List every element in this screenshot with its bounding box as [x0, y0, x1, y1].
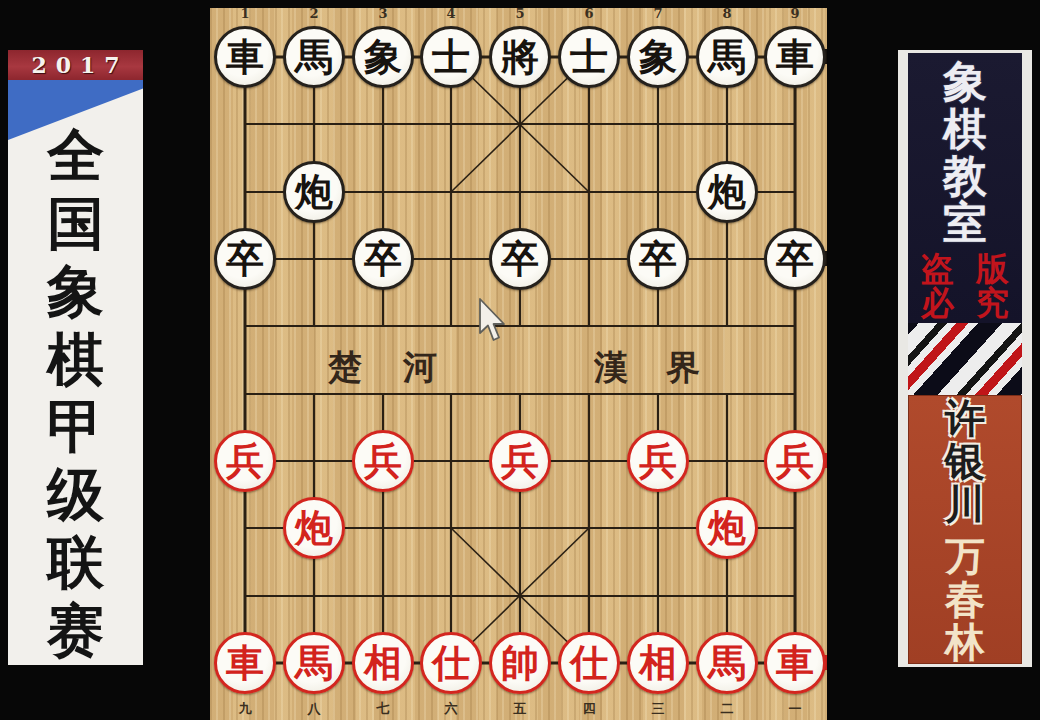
warning-char: 究 [976, 286, 1009, 320]
piece-black[interactable]: 車 [214, 26, 276, 88]
piece-black[interactable]: 士 [420, 26, 482, 88]
piece-black[interactable]: 馬 [696, 26, 758, 88]
piece-red[interactable]: 兵 [489, 430, 551, 492]
piece-red[interactable]: 兵 [214, 430, 276, 492]
piece-red[interactable]: 馬 [696, 632, 758, 694]
piece-red[interactable]: 仕 [558, 632, 620, 694]
piece-red[interactable]: 仕 [420, 632, 482, 694]
piece-black[interactable]: 卒 [764, 228, 826, 290]
piece-red[interactable]: 兵 [352, 430, 414, 492]
school-char: 教 [943, 152, 987, 199]
file-label: 5 [511, 6, 529, 21]
file-label: 7 [649, 6, 667, 21]
screen: { "game": "xiangqi", "position": { "fen"… [0, 0, 1040, 720]
file-label: 9 [786, 6, 804, 21]
player-name-char: 许 [945, 396, 985, 439]
event-title-vertical: 全国象棋甲级联赛 [8, 122, 143, 663]
file-label: 6 [580, 6, 598, 21]
piece-black[interactable]: 象 [352, 26, 414, 88]
piece-black[interactable]: 卒 [352, 228, 414, 290]
diagonal-stripes-decoration [908, 323, 1022, 395]
piece-red[interactable]: 兵 [627, 430, 689, 492]
piece-red[interactable]: 兵 [764, 430, 826, 492]
warning-char: 版 [976, 252, 1009, 286]
file-label: 六 [442, 700, 460, 718]
year-band: 2017 [8, 50, 143, 80]
file-label: 3 [374, 6, 392, 21]
file-label: 七 [374, 700, 392, 718]
river-label-right: 漢界 [594, 345, 738, 391]
file-label: 4 [442, 6, 460, 21]
file-label: 三 [649, 700, 667, 718]
piece-black[interactable]: 車 [764, 26, 826, 88]
piece-red[interactable]: 炮 [283, 497, 345, 559]
piece-black[interactable]: 馬 [283, 26, 345, 88]
right-channel-banner: 象棋教室 盗版必究 许银川万春林 [898, 50, 1032, 667]
player-name-char: 川 [945, 482, 985, 525]
file-label: 8 [718, 6, 736, 21]
school-panel: 象棋教室 盗版必究 [908, 53, 1022, 323]
event-title-char: 国 [47, 190, 104, 256]
piece-red[interactable]: 車 [214, 632, 276, 694]
piece-black[interactable]: 將 [489, 26, 551, 88]
piece-red[interactable]: 帥 [489, 632, 551, 694]
event-title-char: 联 [47, 529, 104, 595]
player-name-char: 银 [945, 439, 985, 482]
warning-char: 盗 [921, 252, 954, 286]
file-label: 1 [236, 6, 254, 21]
left-event-banner: 2017 全国象棋甲级联赛 [8, 50, 143, 665]
file-label: 二 [718, 700, 736, 718]
players-panel: 许银川万春林 [908, 395, 1022, 664]
piece-red[interactable]: 相 [352, 632, 414, 694]
event-title-char: 全 [47, 122, 104, 188]
river-label-left: 楚河 [328, 345, 478, 391]
piece-red[interactable]: 馬 [283, 632, 345, 694]
file-label: 八 [305, 700, 323, 718]
file-label: 四 [580, 700, 598, 718]
piece-red[interactable]: 車 [764, 632, 826, 694]
player-name-char: 林 [945, 620, 985, 663]
mouse-cursor-icon [478, 297, 506, 343]
warning-char: 必 [921, 286, 954, 320]
file-label: 一 [786, 700, 804, 718]
event-title-char: 甲 [47, 393, 104, 459]
piece-black[interactable]: 卒 [489, 228, 551, 290]
file-label: 九 [236, 700, 254, 718]
event-title-char: 赛 [47, 597, 104, 663]
school-char: 棋 [943, 105, 987, 152]
event-title-char: 级 [47, 461, 104, 527]
school-char: 象 [943, 58, 987, 105]
player-name-char: 万 [945, 534, 985, 577]
school-title-vertical: 象棋教室 [943, 53, 987, 246]
piece-black[interactable]: 卒 [214, 228, 276, 290]
file-label: 五 [511, 700, 529, 718]
school-char: 室 [943, 199, 987, 246]
xiangqi-board[interactable]: 123456789 九八七六五四三二一 楚河 漢界 車馬象士將士象馬車炮炮卒卒卒… [210, 0, 827, 720]
piece-black[interactable]: 象 [627, 26, 689, 88]
piece-red[interactable]: 炮 [696, 497, 758, 559]
piece-black[interactable]: 炮 [696, 161, 758, 223]
piece-black[interactable]: 士 [558, 26, 620, 88]
event-title-char: 棋 [47, 326, 104, 392]
player-name-char: 春 [945, 577, 985, 620]
piracy-warning: 盗版必究 [910, 252, 1020, 320]
piece-black[interactable]: 卒 [627, 228, 689, 290]
file-label: 2 [305, 6, 323, 21]
piece-black[interactable]: 炮 [283, 161, 345, 223]
event-title-char: 象 [47, 258, 104, 324]
piece-red[interactable]: 相 [627, 632, 689, 694]
